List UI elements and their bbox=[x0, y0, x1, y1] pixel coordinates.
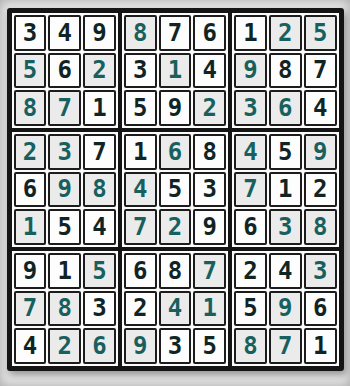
cell-r1c4[interactable]: 8 bbox=[124, 15, 157, 51]
cell-r8c5[interactable]: 4 bbox=[159, 291, 192, 327]
sudoku-box-2-1: 237698154 bbox=[10, 130, 120, 249]
cell-r4c1[interactable]: 2 bbox=[14, 134, 47, 170]
sudoku-box-3-2: 687241935 bbox=[120, 249, 230, 368]
cell-r2c1[interactable]: 5 bbox=[14, 53, 47, 89]
cell-r8c6[interactable]: 1 bbox=[193, 291, 226, 327]
cell-r3c1[interactable]: 8 bbox=[14, 90, 47, 126]
cell-r4c2[interactable]: 3 bbox=[48, 134, 81, 170]
cell-r3c2[interactable]: 7 bbox=[48, 90, 81, 126]
cell-r2c2[interactable]: 6 bbox=[48, 53, 81, 89]
cell-r8c4[interactable]: 2 bbox=[124, 291, 157, 327]
cell-r6c1[interactable]: 1 bbox=[14, 209, 47, 245]
cell-r4c8[interactable]: 5 bbox=[269, 134, 302, 170]
cell-r5c1[interactable]: 6 bbox=[14, 172, 47, 208]
cell-r4c7[interactable]: 4 bbox=[234, 134, 267, 170]
cell-r3c4[interactable]: 5 bbox=[124, 90, 157, 126]
cell-r7c5[interactable]: 8 bbox=[159, 253, 192, 289]
sudoku-box-1-1: 349562871 bbox=[10, 11, 120, 130]
cell-r2c8[interactable]: 8 bbox=[269, 53, 302, 89]
cell-r3c5[interactable]: 9 bbox=[159, 90, 192, 126]
cell-r5c6[interactable]: 3 bbox=[193, 172, 226, 208]
cell-r6c3[interactable]: 4 bbox=[83, 209, 116, 245]
cell-r1c5[interactable]: 7 bbox=[159, 15, 192, 51]
cell-r1c1[interactable]: 3 bbox=[14, 15, 47, 51]
cell-r5c3[interactable]: 8 bbox=[83, 172, 116, 208]
cell-r9c6[interactable]: 5 bbox=[193, 328, 226, 364]
cell-r4c4[interactable]: 1 bbox=[124, 134, 157, 170]
cell-r2c4[interactable]: 3 bbox=[124, 53, 157, 89]
cell-r5c4[interactable]: 4 bbox=[124, 172, 157, 208]
cell-r3c3[interactable]: 1 bbox=[83, 90, 116, 126]
cell-r8c1[interactable]: 7 bbox=[14, 291, 47, 327]
sudoku-box-2-3: 459712638 bbox=[230, 130, 340, 249]
cell-r2c9[interactable]: 7 bbox=[304, 53, 337, 89]
cell-r1c2[interactable]: 4 bbox=[48, 15, 81, 51]
sudoku-board: 3495628718763145921259873642376981541684… bbox=[7, 8, 344, 371]
sudoku-box-1-2: 876314592 bbox=[120, 11, 230, 130]
cell-r7c2[interactable]: 1 bbox=[48, 253, 81, 289]
cell-r3c8[interactable]: 6 bbox=[269, 90, 302, 126]
cell-r4c3[interactable]: 7 bbox=[83, 134, 116, 170]
cell-r8c7[interactable]: 5 bbox=[234, 291, 267, 327]
cell-r6c2[interactable]: 5 bbox=[48, 209, 81, 245]
cell-r6c6[interactable]: 9 bbox=[193, 209, 226, 245]
cell-r2c5[interactable]: 1 bbox=[159, 53, 192, 89]
cell-r1c7[interactable]: 1 bbox=[234, 15, 267, 51]
cell-r6c9[interactable]: 8 bbox=[304, 209, 337, 245]
cell-r5c8[interactable]: 1 bbox=[269, 172, 302, 208]
cell-r8c2[interactable]: 8 bbox=[48, 291, 81, 327]
cell-r7c4[interactable]: 6 bbox=[124, 253, 157, 289]
cell-r2c3[interactable]: 2 bbox=[83, 53, 116, 89]
cell-r6c5[interactable]: 2 bbox=[159, 209, 192, 245]
cell-r4c6[interactable]: 8 bbox=[193, 134, 226, 170]
page-background: 3495628718763145921259873642376981541684… bbox=[0, 0, 350, 386]
cell-r6c7[interactable]: 6 bbox=[234, 209, 267, 245]
cell-r7c1[interactable]: 9 bbox=[14, 253, 47, 289]
cell-r5c9[interactable]: 2 bbox=[304, 172, 337, 208]
cell-r7c9[interactable]: 3 bbox=[304, 253, 337, 289]
cell-r9c2[interactable]: 2 bbox=[48, 328, 81, 364]
cell-r9c3[interactable]: 6 bbox=[83, 328, 116, 364]
cell-r6c4[interactable]: 7 bbox=[124, 209, 157, 245]
cell-r1c3[interactable]: 9 bbox=[83, 15, 116, 51]
cell-r1c8[interactable]: 2 bbox=[269, 15, 302, 51]
cell-r9c4[interactable]: 9 bbox=[124, 328, 157, 364]
cell-r8c9[interactable]: 6 bbox=[304, 291, 337, 327]
cell-r5c7[interactable]: 7 bbox=[234, 172, 267, 208]
sudoku-box-2-2: 168453729 bbox=[120, 130, 230, 249]
cell-r2c6[interactable]: 4 bbox=[193, 53, 226, 89]
cell-r7c8[interactable]: 4 bbox=[269, 253, 302, 289]
cell-r9c7[interactable]: 8 bbox=[234, 328, 267, 364]
sudoku-box-3-1: 915783426 bbox=[10, 249, 120, 368]
cell-r5c5[interactable]: 5 bbox=[159, 172, 192, 208]
cell-r3c7[interactable]: 3 bbox=[234, 90, 267, 126]
cell-r8c3[interactable]: 3 bbox=[83, 291, 116, 327]
cell-r7c6[interactable]: 7 bbox=[193, 253, 226, 289]
cell-r9c8[interactable]: 7 bbox=[269, 328, 302, 364]
cell-r4c9[interactable]: 9 bbox=[304, 134, 337, 170]
cell-r3c6[interactable]: 2 bbox=[193, 90, 226, 126]
cell-r8c8[interactable]: 9 bbox=[269, 291, 302, 327]
cell-r9c5[interactable]: 3 bbox=[159, 328, 192, 364]
cell-r7c7[interactable]: 2 bbox=[234, 253, 267, 289]
cell-r3c9[interactable]: 4 bbox=[304, 90, 337, 126]
sudoku-box-1-3: 125987364 bbox=[230, 11, 340, 130]
cell-r5c2[interactable]: 9 bbox=[48, 172, 81, 208]
cell-r7c3[interactable]: 5 bbox=[83, 253, 116, 289]
cell-r9c9[interactable]: 1 bbox=[304, 328, 337, 364]
cell-r4c5[interactable]: 6 bbox=[159, 134, 192, 170]
sudoku-box-3-3: 243596871 bbox=[230, 249, 340, 368]
cell-r1c6[interactable]: 6 bbox=[193, 15, 226, 51]
cell-r6c8[interactable]: 3 bbox=[269, 209, 302, 245]
cell-r9c1[interactable]: 4 bbox=[14, 328, 47, 364]
cell-r2c7[interactable]: 9 bbox=[234, 53, 267, 89]
cell-r1c9[interactable]: 5 bbox=[304, 15, 337, 51]
